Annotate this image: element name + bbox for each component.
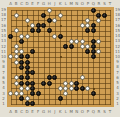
white-stone	[47, 8, 52, 13]
black-stone	[58, 34, 63, 39]
black-stone	[19, 39, 24, 44]
coordinate-label-top: H	[48, 2, 51, 6]
white-stone	[14, 13, 19, 18]
black-stone	[47, 75, 52, 80]
coordinate-label-bottom: T	[109, 110, 111, 114]
black-stone	[91, 91, 96, 96]
coordinate-label-top: G	[42, 2, 45, 6]
grid-line-horizontal	[11, 94, 112, 95]
black-stone	[25, 75, 30, 80]
hoshi-point	[93, 88, 95, 90]
black-stone	[41, 23, 46, 28]
black-stone	[85, 28, 90, 33]
black-stone	[19, 96, 24, 101]
black-stone	[36, 91, 41, 96]
coordinate-label-top: A	[9, 2, 12, 6]
hoshi-point	[60, 25, 62, 27]
black-stone	[47, 18, 52, 23]
black-stone	[96, 13, 101, 18]
coordinate-label-top: C	[20, 2, 23, 6]
grid-line-vertical	[99, 10, 100, 105]
coordinate-label-top: E	[31, 2, 34, 6]
black-stone	[102, 13, 107, 18]
white-stone	[69, 86, 74, 91]
white-stone	[25, 34, 30, 39]
white-stone	[14, 28, 19, 33]
coordinate-label-bottom: C	[20, 110, 23, 114]
coordinate-label-top: D	[26, 2, 29, 6]
black-stone	[19, 81, 24, 86]
coordinate-label-bottom: J	[54, 110, 55, 114]
coordinate-label-top: B	[15, 2, 18, 6]
coordinate-label-bottom: R	[98, 110, 101, 114]
white-stone	[69, 81, 74, 86]
black-stone	[30, 28, 35, 33]
coordinate-label-top: M	[70, 2, 73, 6]
coordinate-label-bottom: D	[26, 110, 29, 114]
black-stone	[25, 101, 30, 106]
black-stone	[47, 81, 52, 86]
grid-line-vertical	[110, 10, 111, 105]
white-stone	[74, 39, 79, 44]
coordinate-label-bottom: Q	[92, 110, 95, 114]
coordinate-label-bottom: L	[65, 110, 67, 114]
coordinate-label-bottom: N	[75, 110, 78, 114]
black-stone	[30, 101, 35, 106]
white-stone	[52, 34, 57, 39]
black-stone	[30, 91, 35, 96]
black-stone	[41, 81, 46, 86]
black-stone	[91, 28, 96, 33]
coordinate-label-bottom: P	[87, 110, 89, 114]
black-stone	[85, 49, 90, 54]
grid-line-vertical	[105, 10, 106, 105]
white-stone	[96, 49, 101, 54]
black-stone	[30, 49, 35, 54]
coordinate-label-bottom: F	[37, 110, 39, 114]
black-stone	[19, 54, 24, 59]
coordinate-label-bottom: K	[59, 110, 62, 114]
white-stone	[63, 81, 68, 86]
black-stone	[74, 86, 79, 91]
white-stone	[80, 75, 85, 80]
black-stone	[69, 44, 74, 49]
black-stone	[19, 65, 24, 70]
coordinate-label-right: 1	[116, 102, 119, 106]
white-stone	[14, 60, 19, 65]
coordinate-label-bottom: S	[103, 110, 106, 114]
black-stone	[30, 81, 35, 86]
coordinate-label-bottom: M	[70, 110, 73, 114]
black-stone	[52, 75, 57, 80]
coordinate-label-bottom: O	[81, 110, 84, 114]
coordinate-label-bottom: H	[48, 110, 51, 114]
black-stone	[36, 28, 41, 33]
hoshi-point	[27, 25, 29, 27]
coordinate-label-top: Q	[92, 2, 95, 6]
black-stone	[63, 44, 68, 49]
white-stone	[96, 18, 101, 23]
black-stone	[47, 28, 52, 33]
black-stone	[25, 81, 30, 86]
white-stone	[25, 86, 30, 91]
white-stone	[63, 91, 68, 96]
black-stone	[19, 75, 24, 80]
white-stone	[14, 54, 19, 59]
coordinate-label-bottom: A	[9, 110, 12, 114]
white-stone	[52, 18, 57, 23]
coordinate-label-bottom: E	[31, 110, 34, 114]
coordinate-label-bottom: G	[42, 110, 45, 114]
coordinate-label-top: J	[54, 2, 55, 6]
coordinate-label-top: K	[59, 2, 62, 6]
black-stone	[58, 96, 63, 101]
white-stone	[14, 81, 19, 86]
white-stone	[14, 75, 19, 80]
black-stone	[41, 13, 46, 18]
black-stone	[19, 60, 24, 65]
coordinate-label-left: 1	[2, 102, 5, 106]
coordinate-label-top: N	[75, 2, 78, 6]
black-stone	[91, 8, 96, 13]
white-stone	[8, 54, 13, 59]
black-stone	[80, 86, 85, 91]
black-stone	[30, 70, 35, 75]
white-stone	[58, 13, 63, 18]
coordinate-label-top: P	[87, 2, 89, 6]
black-stone	[8, 34, 13, 39]
white-stone	[14, 91, 19, 96]
white-stone	[25, 18, 30, 23]
coordinate-label-top: L	[65, 2, 67, 6]
go-app-window: AA1919BB1818CC1717DD1616EE1515FF1414GG13…	[0, 0, 120, 117]
white-stone	[19, 34, 24, 39]
coordinate-label-top: R	[98, 2, 101, 6]
coordinate-label-top: F	[37, 2, 39, 6]
coordinate-label-top: T	[109, 2, 111, 6]
black-stone	[25, 54, 30, 59]
black-stone	[74, 81, 79, 86]
black-stone	[91, 54, 96, 59]
black-stone	[25, 60, 30, 65]
white-stone	[80, 44, 85, 49]
white-stone	[80, 23, 85, 28]
go-board[interactable]	[7, 7, 114, 107]
coordinate-label-top: S	[103, 2, 106, 6]
coordinate-label-top: O	[81, 2, 84, 6]
coordinate-label-bottom: B	[15, 110, 18, 114]
white-stone	[58, 86, 63, 91]
white-stone	[96, 39, 101, 44]
white-stone	[8, 91, 13, 96]
white-stone	[85, 86, 90, 91]
